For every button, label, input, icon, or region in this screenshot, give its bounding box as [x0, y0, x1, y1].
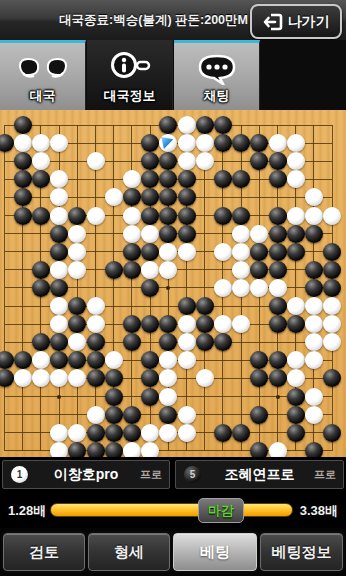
- white-stone: [50, 188, 68, 206]
- white-stone: [32, 152, 50, 170]
- black-stone: [269, 261, 287, 279]
- exit-button[interactable]: 나가기: [250, 4, 342, 39]
- black-stone: [50, 333, 68, 351]
- black-stone: [305, 442, 323, 457]
- black-stone: [50, 243, 68, 261]
- white-stone: [178, 406, 196, 424]
- black-stone: [214, 170, 232, 188]
- white-stone: [287, 297, 305, 315]
- black-stone: [87, 351, 105, 369]
- white-stone: [123, 442, 141, 457]
- black-stone: [141, 315, 159, 333]
- black-stone: [87, 424, 105, 442]
- black-stone: [68, 297, 86, 315]
- black-stone: [232, 207, 250, 225]
- black-stone: [0, 351, 14, 369]
- black-stone: [141, 369, 159, 387]
- white-stone: [269, 134, 287, 152]
- black-stone: [141, 188, 159, 206]
- white-stone: [178, 351, 196, 369]
- black-stone: [14, 207, 32, 225]
- black-stone: [141, 243, 159, 261]
- white-stone: [305, 315, 323, 333]
- black-stone: [123, 333, 141, 351]
- black-stone: [287, 225, 305, 243]
- black-stone: [141, 388, 159, 406]
- black-stone: [178, 225, 196, 243]
- black-stone: [105, 406, 123, 424]
- black-stone: [323, 261, 341, 279]
- black-stone: [123, 424, 141, 442]
- black-player-rank: 프로: [314, 461, 336, 490]
- black-stone: [14, 188, 32, 206]
- betting-gauge: [50, 503, 293, 517]
- white-stone: [305, 351, 323, 369]
- chat-bubble-icon: [174, 50, 259, 88]
- white-stone: [178, 152, 196, 170]
- black-stone: [323, 424, 341, 442]
- white-stone: [14, 134, 32, 152]
- black-stone: [287, 424, 305, 442]
- black-stone: [214, 424, 232, 442]
- white-stone: [269, 279, 287, 297]
- black-stone: [250, 351, 268, 369]
- go-game-app: 대국종료:백승(불계) 판돈:200만M 나가기: [0, 0, 346, 576]
- betting-closed-button[interactable]: 마감: [198, 498, 244, 523]
- white-stone: [141, 225, 159, 243]
- black-stone: [159, 225, 177, 243]
- black-stone: [196, 116, 214, 134]
- white-stone: [50, 315, 68, 333]
- black-stone: [141, 351, 159, 369]
- white-stone: [50, 134, 68, 152]
- right-odds: 3.38배: [300, 493, 338, 528]
- white-stone: [123, 207, 141, 225]
- white-stone: [214, 243, 232, 261]
- black-stone: [196, 315, 214, 333]
- black-stone: [214, 134, 232, 152]
- betting-info-button[interactable]: 베팅정보: [260, 533, 343, 571]
- white-stone: [305, 406, 323, 424]
- white-stone: [68, 225, 86, 243]
- black-stone: [323, 243, 341, 261]
- versus-fists-icon: [0, 50, 85, 88]
- black-stone: [159, 315, 177, 333]
- black-stone: [87, 333, 105, 351]
- black-stone: [123, 406, 141, 424]
- white-stone: [105, 351, 123, 369]
- white-stone: [159, 261, 177, 279]
- white-stone: [68, 243, 86, 261]
- exit-icon: [263, 13, 283, 31]
- white-stone: [178, 243, 196, 261]
- white-stone: [141, 424, 159, 442]
- white-stone: [232, 315, 250, 333]
- white-stone: [232, 261, 250, 279]
- white-stone: [50, 369, 68, 387]
- white-stone: [287, 152, 305, 170]
- black-stone: [287, 243, 305, 261]
- black-stone: [269, 225, 287, 243]
- white-stone: [159, 388, 177, 406]
- black-stone: [269, 207, 287, 225]
- game-result-text: 대국종료:백승(불계) 판돈:200만M: [59, 0, 248, 40]
- white-stone: [196, 152, 214, 170]
- tab-game-label: 대국: [0, 87, 85, 105]
- go-board[interactable]: [0, 110, 346, 457]
- territory-button[interactable]: 형세: [88, 533, 170, 571]
- white-stone: [50, 442, 68, 457]
- black-stone: [250, 152, 268, 170]
- black-stone: [32, 333, 50, 351]
- white-stone: [323, 207, 341, 225]
- black-stone: [0, 369, 14, 387]
- white-stone: [178, 134, 196, 152]
- black-stone: [32, 279, 50, 297]
- white-stone: [269, 442, 287, 457]
- white-stone: [68, 369, 86, 387]
- white-stone: [232, 243, 250, 261]
- black-stone: [14, 116, 32, 134]
- black-stone: [159, 406, 177, 424]
- white-stone: [323, 333, 341, 351]
- white-stone: [68, 261, 86, 279]
- black-stone: [287, 388, 305, 406]
- black-stone: [269, 243, 287, 261]
- white-stone: [232, 279, 250, 297]
- black-stone: [50, 279, 68, 297]
- white-stone: [178, 315, 196, 333]
- black-stone: [0, 134, 14, 152]
- white-stone: [159, 424, 177, 442]
- black-stone: [178, 207, 196, 225]
- white-stone: [141, 261, 159, 279]
- white-stone: [32, 351, 50, 369]
- white-stone: [50, 297, 68, 315]
- white-stone: [305, 207, 323, 225]
- black-stone: [269, 351, 287, 369]
- black-stone: [141, 134, 159, 152]
- board-gridline: [204, 125, 205, 451]
- top-status-bar: 대국종료:백승(불계) 판돈:200만M 나가기: [0, 0, 346, 41]
- black-stone: [141, 207, 159, 225]
- white-stone: [232, 225, 250, 243]
- black-stone: [305, 225, 323, 243]
- white-stone: [14, 369, 32, 387]
- white-stone: [178, 424, 196, 442]
- black-stone: [32, 261, 50, 279]
- black-stone: [105, 424, 123, 442]
- black-stone: [232, 134, 250, 152]
- white-stone: [141, 442, 159, 457]
- black-stone: [14, 170, 32, 188]
- black-stone: [269, 152, 287, 170]
- black-stone: [232, 424, 250, 442]
- black-stone: [178, 170, 196, 188]
- tab-chat-label: 채팅: [174, 87, 259, 105]
- white-stone: [196, 134, 214, 152]
- black-stone: [250, 243, 268, 261]
- white-stone: [305, 188, 323, 206]
- white-stone: [287, 170, 305, 188]
- black-stone: [269, 369, 287, 387]
- black-stone: [305, 261, 323, 279]
- star-point: [276, 395, 280, 399]
- black-stone: [68, 207, 86, 225]
- black-stone: [87, 442, 105, 457]
- black-stone: [287, 406, 305, 424]
- white-stone: [287, 134, 305, 152]
- white-stone: [178, 333, 196, 351]
- black-stone: [269, 170, 287, 188]
- review-button[interactable]: 검토: [3, 533, 85, 571]
- black-stone: [123, 261, 141, 279]
- black-stone: [178, 188, 196, 206]
- white-stone: [123, 170, 141, 188]
- white-stone: [50, 424, 68, 442]
- betting-bar: 1.28배 마감 3.38배: [0, 493, 346, 528]
- black-stone: [269, 297, 287, 315]
- white-stone: [32, 134, 50, 152]
- black-stone: [196, 297, 214, 315]
- black-stone: [141, 279, 159, 297]
- white-stone: [323, 297, 341, 315]
- black-stone: [250, 261, 268, 279]
- white-stone: [159, 351, 177, 369]
- black-stone: [287, 315, 305, 333]
- black-stone: [105, 369, 123, 387]
- black-stone: [250, 369, 268, 387]
- black-stone: [105, 442, 123, 457]
- white-stone: [159, 243, 177, 261]
- white-stone: [105, 188, 123, 206]
- info-magnifier-icon: [87, 47, 172, 85]
- black-stone: [68, 442, 86, 457]
- tab-game-info-label: 대국정보: [87, 87, 172, 105]
- black-stone: [159, 188, 177, 206]
- black-stone: [250, 406, 268, 424]
- black-stone: [323, 279, 341, 297]
- black-stone: [250, 134, 268, 152]
- betting-button[interactable]: 베팅: [173, 533, 257, 571]
- white-stone: [87, 207, 105, 225]
- black-stone: [305, 279, 323, 297]
- white-stone: [305, 333, 323, 351]
- black-stone: [159, 333, 177, 351]
- black-stone: [159, 207, 177, 225]
- white-stone: [287, 351, 305, 369]
- black-stone: [214, 333, 232, 351]
- exit-button-label: 나가기: [288, 13, 330, 31]
- white-stone: [305, 388, 323, 406]
- left-odds: 1.28배: [8, 493, 46, 528]
- black-stone: [87, 369, 105, 387]
- white-stone: [214, 315, 232, 333]
- black-stone: [14, 152, 32, 170]
- black-stone: [68, 315, 86, 333]
- white-stone: [250, 279, 268, 297]
- white-stone: [50, 170, 68, 188]
- white-stone: [50, 207, 68, 225]
- black-stone: [214, 207, 232, 225]
- black-stone: [14, 351, 32, 369]
- white-stone: [196, 369, 214, 387]
- white-stone: [87, 152, 105, 170]
- white-stone: [87, 297, 105, 315]
- black-stone: [232, 170, 250, 188]
- white-stone: [287, 369, 305, 387]
- white-stone: [159, 369, 177, 387]
- white-player-rank: 프로: [140, 461, 162, 490]
- black-stone: [250, 442, 268, 457]
- black-stone: [105, 261, 123, 279]
- white-stone: [68, 424, 86, 442]
- black-stone: [178, 297, 196, 315]
- action-bar: 검토 형세 베팅 베팅정보: [0, 528, 346, 576]
- black-stone: [123, 243, 141, 261]
- tab-game-info[interactable]: 대국정보: [87, 40, 173, 110]
- black-stone: [68, 351, 86, 369]
- tab-bar: 대국 대국정보 채팅: [0, 40, 346, 110]
- black-stone: [214, 116, 232, 134]
- black-stone: [50, 351, 68, 369]
- black-stone: [196, 333, 214, 351]
- tab-chat[interactable]: 채팅: [174, 40, 260, 110]
- white-stone: [123, 225, 141, 243]
- black-stone: [159, 116, 177, 134]
- black-player-panel: 5 조혜연프로 프로: [175, 460, 344, 489]
- white-stone: [214, 279, 232, 297]
- white-stone: [287, 207, 305, 225]
- white-stone: [50, 261, 68, 279]
- black-stone: [269, 315, 287, 333]
- players-bar: 1 이창호pro 프로 5 조혜연프로 프로: [0, 457, 346, 493]
- black-stone: [105, 388, 123, 406]
- star-point: [166, 286, 170, 290]
- black-stone: [123, 188, 141, 206]
- black-stone: [50, 225, 68, 243]
- white-stone: [87, 315, 105, 333]
- white-stone: [178, 116, 196, 134]
- white-stone: [305, 297, 323, 315]
- black-stone: [123, 315, 141, 333]
- black-stone: [32, 170, 50, 188]
- black-stone: [159, 170, 177, 188]
- white-stone: [87, 406, 105, 424]
- black-stone: [141, 170, 159, 188]
- star-point: [57, 395, 61, 399]
- white-stone: [323, 315, 341, 333]
- white-stone: [32, 369, 50, 387]
- white-stone: [250, 225, 268, 243]
- black-stone: [141, 152, 159, 170]
- white-player-panel: 1 이창호pro 프로: [2, 460, 170, 489]
- white-stone: [68, 333, 86, 351]
- black-stone: [159, 152, 177, 170]
- black-stone: [323, 369, 341, 387]
- black-stone: [32, 207, 50, 225]
- tab-game[interactable]: 대국: [0, 40, 86, 110]
